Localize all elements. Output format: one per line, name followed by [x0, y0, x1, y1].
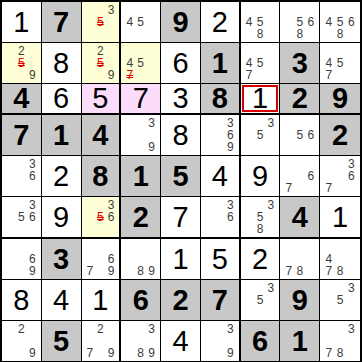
cell-r2c4[interactable]: 457 — [121, 43, 161, 84]
candidate-digit: 3 — [268, 117, 275, 129]
candidate-digit: 7 — [286, 182, 293, 194]
candidate-digit: 9 — [29, 347, 36, 359]
cell-r1c4[interactable]: 45 — [121, 2, 161, 43]
candidate-digit: 6 — [348, 170, 355, 182]
cell-r9c3[interactable]: 279 — [82, 321, 122, 361]
candidate-digit: 6 — [307, 129, 314, 141]
candidate-digit: 8 — [296, 28, 303, 40]
cell-r3c5[interactable]: 3 — [161, 84, 201, 115]
candidate-digit: 2 — [18, 323, 25, 335]
cell-r3c1[interactable]: 4 — [2, 84, 42, 115]
cell-r2c1[interactable]: 259 — [2, 43, 42, 84]
cell-r1c3[interactable]: 35 — [82, 2, 122, 43]
cell-r2c6[interactable]: 1 — [201, 43, 241, 84]
cell-value: 9 — [53, 203, 69, 232]
cell-value: 9 — [252, 162, 268, 191]
cell-value: 8 — [172, 121, 188, 150]
cell-value: 4 — [172, 327, 188, 356]
cell-value: 8 — [92, 162, 108, 191]
candidate-digit: 6 — [29, 211, 36, 223]
cell-value: 4 — [292, 203, 308, 232]
cell-value: 2 — [133, 203, 149, 232]
candidate-digit: 7 — [87, 265, 94, 277]
candidate-digit: 8 — [337, 347, 344, 359]
candidate-digit: 5 — [337, 57, 344, 69]
cell-r2c8[interactable]: 3 — [280, 43, 320, 84]
cell-r2c3[interactable]: 259 — [82, 43, 122, 84]
cell-value: 7 — [13, 121, 29, 150]
cell-r1c7[interactable]: 458 — [241, 2, 281, 43]
cell-r3c6[interactable]: 8 — [201, 84, 241, 115]
candidate-digit: 8 — [257, 223, 264, 235]
cell-r2c2[interactable]: 8 — [42, 43, 82, 84]
cell-value: 7 — [133, 84, 149, 113]
cell-r3c4[interactable]: 7 — [121, 84, 161, 115]
cell-value: 1 — [212, 49, 228, 78]
cell-r3c9[interactable]: 9 — [320, 84, 360, 115]
candidate-digit: 7 — [326, 182, 333, 194]
candidate-digit: 9 — [148, 347, 155, 359]
cell-value: 7 — [212, 286, 228, 315]
candidate-digit: 5 — [257, 129, 264, 141]
cell-r6c9[interactable]: 1 — [320, 197, 360, 239]
candidate-digit: 5 — [137, 16, 144, 28]
cell-value: 3 — [292, 49, 308, 78]
cell-r9c5[interactable]: 4 — [161, 321, 201, 361]
candidate-digit: 3 — [268, 282, 275, 294]
candidate-digit: 6 — [307, 16, 314, 28]
candidate-digit: 2 — [97, 323, 104, 335]
candidate-digit: 3 — [348, 282, 355, 294]
cell-value: 1 — [92, 286, 108, 315]
cell-r4c3[interactable]: 4 — [82, 115, 122, 156]
cell-value: 2 — [212, 8, 228, 37]
candidate-digit: 9 — [227, 347, 234, 359]
candidate-digit: 6 — [227, 211, 234, 223]
cell-r1c8[interactable]: 568 — [280, 2, 320, 43]
cell-r1c9[interactable]: 4568 — [320, 2, 360, 43]
cell-value: 8 — [13, 286, 29, 315]
candidate-digit: 7 — [87, 347, 94, 359]
cell-r7c7[interactable]: 2 — [241, 239, 281, 280]
cell-value: 4 — [13, 84, 29, 113]
cell-value: 1 — [172, 245, 188, 274]
cell-r9c2[interactable]: 5 — [42, 321, 82, 361]
cell-r4c6[interactable]: 369 — [201, 115, 241, 156]
cell-value: 9 — [332, 84, 348, 113]
cell-r7c3[interactable]: 679 — [82, 239, 122, 280]
cell-r1c6[interactable]: 2 — [201, 2, 241, 43]
cell-value: 4 — [212, 162, 228, 191]
cell-r9c1[interactable]: 29 — [2, 321, 42, 361]
candidate-digit: 7 — [326, 265, 333, 277]
cell-value: 6 — [252, 327, 268, 356]
cell-r5c8[interactable]: 67 — [280, 156, 320, 197]
cell-value: 7 — [53, 8, 69, 37]
cell-value: 4 — [53, 286, 69, 315]
cell-r4c9[interactable]: 2 — [320, 115, 360, 156]
candidate-digit: 9 — [29, 69, 36, 81]
cell-r8c9[interactable]: 35 — [320, 280, 360, 321]
candidate-digit: 7 — [286, 265, 293, 277]
cell-r8c7[interactable]: 35 — [241, 280, 281, 321]
cell-value: 5 — [172, 162, 188, 191]
cell-value: 1 — [252, 84, 268, 113]
cell-value: 5 — [53, 327, 69, 356]
cell-value: 3 — [53, 245, 69, 274]
cell-r8c4[interactable]: 6 — [121, 280, 161, 321]
cell-r9c8[interactable]: 1 — [280, 321, 320, 361]
candidate-digit: 8 — [137, 265, 144, 277]
cell-r4c4[interactable]: 39 — [121, 115, 161, 156]
candidate-digit: 8 — [337, 265, 344, 277]
candidate-digit: 4 — [126, 16, 133, 28]
cell-value: 1 — [332, 203, 348, 232]
candidate-digit: 5 — [257, 57, 264, 69]
cell-r8c2[interactable]: 4 — [42, 280, 82, 321]
cell-r8c5[interactable]: 2 — [161, 280, 201, 321]
cell-value: 6 — [172, 49, 188, 78]
cell-value: 1 — [292, 327, 308, 356]
cell-r5c7[interactable]: 9 — [241, 156, 281, 197]
cell-value: 2 — [252, 245, 268, 274]
candidate-digit: 5 — [137, 57, 144, 69]
cell-r4c8[interactable]: 56 — [280, 115, 320, 156]
cell-r3c2[interactable]: 6 — [42, 84, 82, 115]
candidate-digit: 5 — [296, 129, 303, 141]
cell-r6c3[interactable]: 356 — [82, 197, 122, 239]
cell-r5c9[interactable]: 367 — [320, 156, 360, 197]
cell-r4c7[interactable]: 35 — [241, 115, 281, 156]
cell-value: 2 — [53, 162, 69, 191]
cell-r8c6[interactable]: 7 — [201, 280, 241, 321]
candidate-digit: 3 — [148, 323, 155, 335]
cell-r4c2[interactable]: 1 — [42, 115, 82, 156]
cell-r6c5[interactable]: 7 — [161, 197, 201, 239]
candidate-digit: 3 — [227, 323, 234, 335]
cell-r6c1[interactable]: 356 — [2, 197, 42, 239]
cell-value: 1 — [53, 121, 69, 150]
cell-value: 5 — [212, 245, 228, 274]
cell-r6c4[interactable]: 2 — [121, 197, 161, 239]
cell-r9c4[interactable]: 389 — [121, 321, 161, 361]
candidate-digit: 5 — [257, 294, 264, 306]
candidate-digit: 6 — [307, 170, 314, 182]
cell-value: 7 — [172, 203, 188, 232]
cell-r9c9[interactable]: 378 — [320, 321, 360, 361]
candidate-digit: 5 — [97, 57, 104, 69]
cell-r2c7[interactable]: 457 — [241, 43, 281, 84]
cell-r5c2[interactable]: 2 — [42, 156, 82, 197]
candidate-digit: 9 — [108, 265, 115, 277]
candidate-digit: 3 — [268, 199, 275, 211]
cell-r6c6[interactable]: 36 — [201, 197, 241, 239]
cell-r2c9[interactable]: 457 — [320, 43, 360, 84]
cell-value: 8 — [212, 84, 228, 113]
cell-value: 2 — [332, 121, 348, 150]
cell-value: 3 — [172, 84, 188, 113]
candidate-digit: 5 — [97, 16, 104, 28]
cell-r6c2[interactable]: 9 — [42, 197, 82, 239]
cell-value: 8 — [53, 49, 69, 78]
cell-r4c5[interactable]: 8 — [161, 115, 201, 156]
candidate-digit: 3 — [148, 117, 155, 129]
candidate-digit: 9 — [148, 141, 155, 153]
candidate-digit: 3 — [108, 4, 115, 16]
cell-r9c7[interactable]: 6 — [241, 321, 281, 361]
candidate-digit: 5 — [18, 57, 25, 69]
cell-r8c8[interactable]: 9 — [280, 280, 320, 321]
candidate-digit: 9 — [29, 265, 36, 277]
candidate-digit: 6 — [29, 170, 36, 182]
candidate-digit: 5 — [18, 211, 25, 223]
candidate-digit: 8 — [137, 347, 144, 359]
cell-r1c2[interactable]: 7 — [42, 2, 82, 43]
cell-r7c1[interactable]: 69 — [2, 239, 42, 280]
cell-value: 5 — [92, 84, 108, 113]
cell-r7c2[interactable]: 3 — [42, 239, 82, 280]
candidate-digit: 7 — [246, 69, 253, 81]
cell-r7c9[interactable]: 478 — [320, 239, 360, 280]
cell-value: 9 — [172, 8, 188, 37]
cell-r3c3[interactable]: 5 — [82, 84, 122, 115]
candidate-digit: 9 — [148, 265, 155, 277]
cell-value: 2 — [172, 286, 188, 315]
cell-r4c1[interactable]: 7 — [2, 115, 42, 156]
candidate-digit: 7 — [326, 69, 333, 81]
cell-r9c6[interactable]: 39 — [201, 321, 241, 361]
cell-r2c5[interactable]: 6 — [161, 43, 201, 84]
candidate-digit: 6 — [108, 211, 115, 223]
candidate-digit: 5 — [97, 211, 104, 223]
cell-r5c6[interactable]: 4 — [201, 156, 241, 197]
cell-r1c5[interactable]: 9 — [161, 2, 201, 43]
sudoku-board: 1735459245856845682598259457614573457465… — [0, 0, 362, 362]
candidate-digit: 5 — [337, 294, 344, 306]
candidate-digit: 9 — [227, 141, 234, 153]
cell-value: 2 — [292, 84, 308, 113]
candidate-digit: 8 — [337, 28, 344, 40]
cell-r8c3[interactable]: 1 — [82, 280, 122, 321]
cell-r3c8[interactable]: 2 — [280, 84, 320, 115]
cell-value: 6 — [53, 84, 69, 113]
cell-value: 1 — [13, 8, 29, 37]
candidate-digit: 6 — [348, 16, 355, 28]
cell-r6c8[interactable]: 4 — [280, 197, 320, 239]
candidate-digit: 4 — [326, 16, 333, 28]
cell-r5c4[interactable]: 1 — [121, 156, 161, 197]
cell-value: 9 — [292, 286, 308, 315]
candidate-digit: 7 — [326, 347, 333, 359]
cell-value: 4 — [92, 121, 108, 150]
cell-r7c5[interactable]: 1 — [161, 239, 201, 280]
cell-value: 1 — [133, 162, 149, 191]
cell-r7c6[interactable]: 5 — [201, 239, 241, 280]
candidate-digit: 7 — [126, 69, 133, 81]
candidate-digit: 4 — [246, 16, 253, 28]
cell-r5c3[interactable]: 8 — [82, 156, 122, 197]
cell-value: 6 — [133, 286, 149, 315]
candidate-digit: 9 — [108, 347, 115, 359]
cell-r7c8[interactable]: 78 — [280, 239, 320, 280]
cell-r8c1[interactable]: 8 — [2, 280, 42, 321]
cell-r3c7[interactable]: 1 — [241, 84, 281, 115]
candidate-digit: 9 — [108, 69, 115, 81]
cell-r7c4[interactable]: 89 — [121, 239, 161, 280]
candidate-digit: 8 — [257, 28, 264, 40]
cell-r6c7[interactable]: 358 — [241, 197, 281, 239]
cell-r1c1[interactable]: 1 — [2, 2, 42, 43]
cell-r5c5[interactable]: 5 — [161, 156, 201, 197]
candidate-digit: 3 — [348, 323, 355, 335]
candidate-digit: 8 — [296, 265, 303, 277]
cell-r5c1[interactable]: 36 — [2, 156, 42, 197]
